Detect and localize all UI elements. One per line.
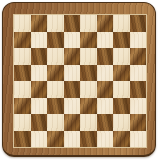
square-b6[interactable] [31,48,48,65]
square-h3[interactable] [130,98,147,115]
chess-board [14,15,146,147]
square-f4[interactable] [97,81,114,98]
square-d7[interactable] [64,32,81,49]
square-a6[interactable] [14,48,31,65]
square-e5[interactable] [80,65,97,82]
square-g3[interactable] [113,98,130,115]
square-c1[interactable] [47,131,64,148]
square-g5[interactable] [113,65,130,82]
square-c2[interactable] [47,114,64,131]
square-e6[interactable] [80,48,97,65]
square-f5[interactable] [97,65,114,82]
square-b4[interactable] [31,81,48,98]
square-f3[interactable] [97,98,114,115]
square-d6[interactable] [64,48,81,65]
square-g1[interactable] [113,131,130,148]
square-h5[interactable] [130,65,147,82]
square-b8[interactable] [31,15,48,32]
photo-background [0,0,159,160]
square-c8[interactable] [47,15,64,32]
square-f6[interactable] [97,48,114,65]
square-c3[interactable] [47,98,64,115]
square-b3[interactable] [31,98,48,115]
square-b7[interactable] [31,32,48,49]
square-g2[interactable] [113,114,130,131]
square-b1[interactable] [31,131,48,148]
square-d2[interactable] [64,114,81,131]
square-d5[interactable] [64,65,81,82]
square-e7[interactable] [80,32,97,49]
chess-board-frame [2,2,156,157]
square-d3[interactable] [64,98,81,115]
square-e2[interactable] [80,114,97,131]
square-b2[interactable] [31,114,48,131]
square-g4[interactable] [113,81,130,98]
square-f7[interactable] [97,32,114,49]
square-a2[interactable] [14,114,31,131]
square-a7[interactable] [14,32,31,49]
square-h8[interactable] [130,15,147,32]
square-c5[interactable] [47,65,64,82]
square-g7[interactable] [113,32,130,49]
square-a5[interactable] [14,65,31,82]
square-a8[interactable] [14,15,31,32]
square-c6[interactable] [47,48,64,65]
square-g6[interactable] [113,48,130,65]
square-d8[interactable] [64,15,81,32]
square-f2[interactable] [97,114,114,131]
square-e4[interactable] [80,81,97,98]
square-h7[interactable] [130,32,147,49]
square-h6[interactable] [130,48,147,65]
square-f8[interactable] [97,15,114,32]
square-h1[interactable] [130,131,147,148]
square-b5[interactable] [31,65,48,82]
square-d4[interactable] [64,81,81,98]
square-g8[interactable] [113,15,130,32]
square-h4[interactable] [130,81,147,98]
square-c7[interactable] [47,32,64,49]
square-h2[interactable] [130,114,147,131]
square-e3[interactable] [80,98,97,115]
square-d1[interactable] [64,131,81,148]
square-c4[interactable] [47,81,64,98]
square-e1[interactable] [80,131,97,148]
square-f1[interactable] [97,131,114,148]
square-e8[interactable] [80,15,97,32]
square-a3[interactable] [14,98,31,115]
square-a4[interactable] [14,81,31,98]
square-a1[interactable] [14,131,31,148]
